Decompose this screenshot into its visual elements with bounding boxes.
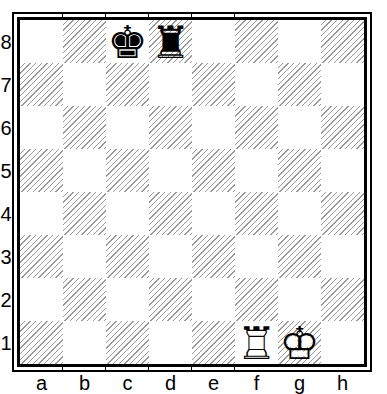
square-d4[interactable] bbox=[149, 192, 192, 235]
square-a2[interactable] bbox=[20, 278, 63, 321]
square-c6[interactable] bbox=[106, 106, 149, 149]
square-e7[interactable] bbox=[192, 63, 235, 106]
square-b8[interactable] bbox=[63, 20, 106, 63]
square-f1[interactable]: ♜♖ bbox=[235, 321, 278, 364]
square-a8[interactable] bbox=[20, 20, 63, 63]
square-g2[interactable] bbox=[278, 278, 321, 321]
square-b2[interactable] bbox=[63, 278, 106, 321]
square-g8[interactable] bbox=[278, 20, 321, 63]
square-b6[interactable] bbox=[63, 106, 106, 149]
square-d3[interactable] bbox=[149, 235, 192, 278]
square-f8[interactable] bbox=[235, 20, 278, 63]
white-rook: ♖ bbox=[236, 321, 276, 366]
black-rook: ♜ bbox=[150, 20, 190, 65]
square-g3[interactable] bbox=[278, 235, 321, 278]
square-h3[interactable] bbox=[321, 235, 364, 278]
square-f5[interactable] bbox=[235, 149, 278, 192]
file-label-d: d bbox=[149, 372, 192, 394]
square-d7[interactable] bbox=[149, 63, 192, 106]
square-h1[interactable] bbox=[321, 321, 364, 364]
file-label-b: b bbox=[63, 372, 106, 394]
rank-label-3: 3 bbox=[0, 235, 12, 278]
square-h2[interactable] bbox=[321, 278, 364, 321]
board-inner-border: ♚♜♜♖♚♔ bbox=[17, 17, 367, 367]
square-b1[interactable] bbox=[63, 321, 106, 364]
board-area: 87654321 ♚♜♜♖♚♔ bbox=[0, 0, 387, 372]
square-e2[interactable] bbox=[192, 278, 235, 321]
square-d6[interactable] bbox=[149, 106, 192, 149]
square-e1[interactable] bbox=[192, 321, 235, 364]
square-h4[interactable] bbox=[321, 192, 364, 235]
square-c3[interactable] bbox=[106, 235, 149, 278]
square-d2[interactable] bbox=[149, 278, 192, 321]
file-label-g: g bbox=[278, 372, 321, 394]
square-a6[interactable] bbox=[20, 106, 63, 149]
square-b4[interactable] bbox=[63, 192, 106, 235]
square-f6[interactable] bbox=[235, 106, 278, 149]
square-f3[interactable] bbox=[235, 235, 278, 278]
square-g6[interactable] bbox=[278, 106, 321, 149]
square-h7[interactable] bbox=[321, 63, 364, 106]
black-king: ♚ bbox=[107, 20, 147, 65]
square-a1[interactable] bbox=[20, 321, 63, 364]
square-c2[interactable] bbox=[106, 278, 149, 321]
square-c8[interactable]: ♚ bbox=[106, 20, 149, 63]
file-labels: abcdefgh bbox=[0, 372, 387, 394]
rank-label-6: 6 bbox=[0, 106, 12, 149]
square-b5[interactable] bbox=[63, 149, 106, 192]
square-a5[interactable] bbox=[20, 149, 63, 192]
square-b3[interactable] bbox=[63, 235, 106, 278]
square-g4[interactable] bbox=[278, 192, 321, 235]
file-label-h: h bbox=[321, 372, 364, 394]
square-e3[interactable] bbox=[192, 235, 235, 278]
frame-tick-marks-bottom bbox=[20, 367, 364, 370]
rank-label-2: 2 bbox=[0, 278, 12, 321]
square-g5[interactable] bbox=[278, 149, 321, 192]
square-e4[interactable] bbox=[192, 192, 235, 235]
rank-label-4: 4 bbox=[0, 192, 12, 235]
square-d8[interactable]: ♜ bbox=[149, 20, 192, 63]
chess-diagram-page: 87654321 ♚♜♜♖♚♔ abcdefgh bbox=[0, 0, 387, 394]
square-a3[interactable] bbox=[20, 235, 63, 278]
frame-tick-marks-top bbox=[20, 14, 364, 17]
square-g1[interactable]: ♚♔ bbox=[278, 321, 321, 364]
rank-label-5: 5 bbox=[0, 149, 12, 192]
square-f7[interactable] bbox=[235, 63, 278, 106]
rank-label-8: 8 bbox=[0, 20, 12, 63]
chess-board: ♚♜♜♖♚♔ bbox=[20, 20, 364, 364]
square-h6[interactable] bbox=[321, 106, 364, 149]
square-h5[interactable] bbox=[321, 149, 364, 192]
file-label-f: f bbox=[235, 372, 278, 394]
square-g7[interactable] bbox=[278, 63, 321, 106]
white-king: ♔ bbox=[279, 321, 319, 366]
square-c5[interactable] bbox=[106, 149, 149, 192]
rank-labels: 87654321 bbox=[0, 12, 12, 364]
square-h8[interactable] bbox=[321, 20, 364, 63]
square-a4[interactable] bbox=[20, 192, 63, 235]
square-d1[interactable] bbox=[149, 321, 192, 364]
board-frame: ♚♜♜♖♚♔ bbox=[12, 12, 372, 372]
file-label-a: a bbox=[20, 372, 63, 394]
square-e6[interactable] bbox=[192, 106, 235, 149]
square-e5[interactable] bbox=[192, 149, 235, 192]
square-f4[interactable] bbox=[235, 192, 278, 235]
square-a7[interactable] bbox=[20, 63, 63, 106]
rank-label-7: 7 bbox=[0, 63, 12, 106]
square-e8[interactable] bbox=[192, 20, 235, 63]
square-c7[interactable] bbox=[106, 63, 149, 106]
square-b7[interactable] bbox=[63, 63, 106, 106]
square-c4[interactable] bbox=[106, 192, 149, 235]
square-d5[interactable] bbox=[149, 149, 192, 192]
square-f2[interactable] bbox=[235, 278, 278, 321]
rank-label-1: 1 bbox=[0, 321, 12, 364]
file-label-e: e bbox=[192, 372, 235, 394]
square-c1[interactable] bbox=[106, 321, 149, 364]
file-label-c: c bbox=[106, 372, 149, 394]
